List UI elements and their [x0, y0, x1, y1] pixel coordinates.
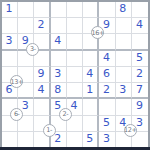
given-digit: 4: [54, 35, 61, 46]
cell-r4c4[interactable]: [51, 51, 67, 67]
given-digit: 3: [22, 100, 29, 111]
cell-r2c1[interactable]: [2, 18, 18, 34]
given-digit: 3: [54, 68, 61, 79]
sudoku-board: 18294394459346264812373549543253 16+3-13…: [0, 0, 150, 150]
cell-r9c2[interactable]: [18, 132, 34, 148]
cell-r7c9[interactable]: 9: [132, 99, 148, 115]
cell-r2c5[interactable]: [67, 18, 83, 34]
cell-r9c1[interactable]: [2, 132, 18, 148]
mathrax-circle-clue: 6-: [10, 108, 23, 121]
given-digit: 4: [38, 84, 45, 95]
cell-r6c7[interactable]: 2: [99, 83, 115, 99]
cell-r8c7[interactable]: 5: [99, 116, 115, 132]
cell-r5c9[interactable]: 2: [132, 67, 148, 83]
cell-r5c3[interactable]: 9: [34, 67, 50, 83]
given-digit: 1: [86, 84, 93, 95]
given-digit: 8: [119, 3, 126, 14]
given-digit: 9: [136, 100, 143, 111]
bottom-edge-bar: [0, 147, 150, 150]
cell-r6c6[interactable]: 1: [83, 83, 99, 99]
cell-r4c6[interactable]: [83, 51, 99, 67]
cell-r5c4[interactable]: 3: [51, 67, 67, 83]
given-digit: 5: [103, 117, 110, 128]
cell-r6c5[interactable]: [67, 83, 83, 99]
cell-r3c4[interactable]: 4: [51, 34, 67, 50]
cell-r5c6[interactable]: 4: [83, 67, 99, 83]
cell-r4c8[interactable]: [116, 51, 132, 67]
given-digit: 4: [136, 19, 143, 30]
cell-r3c5[interactable]: [67, 34, 83, 50]
given-digit: 3: [6, 35, 13, 46]
cell-r7c7[interactable]: [99, 99, 115, 115]
given-digit: 7: [136, 84, 143, 95]
cell-r1c4[interactable]: [51, 2, 67, 18]
cell-r2c2[interactable]: [18, 18, 34, 34]
given-digit: 5: [136, 52, 143, 63]
cell-r7c8[interactable]: [116, 99, 132, 115]
mathrax-circle-clue: 12+: [124, 124, 137, 137]
cell-r1c9[interactable]: [132, 2, 148, 18]
cell-r6c3[interactable]: 4: [34, 83, 50, 99]
given-digit: 6: [103, 68, 110, 79]
cell-r4c5[interactable]: [67, 51, 83, 67]
given-digit: 2: [103, 84, 110, 95]
given-digit: 2: [136, 68, 143, 79]
given-digit: 2: [54, 133, 61, 144]
cell-r2c4[interactable]: [51, 18, 67, 34]
cell-r8c6[interactable]: [83, 116, 99, 132]
cell-r1c1[interactable]: 1: [2, 2, 18, 18]
cell-r6c9[interactable]: 7: [132, 83, 148, 99]
given-digit: 3: [136, 117, 143, 128]
cell-r9c6[interactable]: 5: [83, 132, 99, 148]
given-digit: 2: [38, 19, 45, 30]
cell-r3c1[interactable]: 3: [2, 34, 18, 50]
cell-r7c6[interactable]: [83, 99, 99, 115]
cell-r1c7[interactable]: [99, 2, 115, 18]
given-digit: 3: [103, 133, 110, 144]
cell-r1c2[interactable]: [18, 2, 34, 18]
cell-r1c3[interactable]: [34, 2, 50, 18]
given-digit: 3: [119, 84, 126, 95]
given-digit: 4: [103, 52, 110, 63]
cell-r5c5[interactable]: [67, 67, 83, 83]
cell-r7c3[interactable]: [34, 99, 50, 115]
cell-r2c9[interactable]: 4: [132, 18, 148, 34]
given-digit: 4: [86, 68, 93, 79]
cell-r1c5[interactable]: [67, 2, 83, 18]
cell-r5c8[interactable]: [116, 67, 132, 83]
mathrax-circle-clue: 1-: [43, 124, 56, 137]
cell-r2c3[interactable]: 2: [34, 18, 50, 34]
cell-r2c8[interactable]: [116, 18, 132, 34]
cell-r4c9[interactable]: 5: [132, 51, 148, 67]
cell-r3c8[interactable]: [116, 34, 132, 50]
cell-r4c7[interactable]: 4: [99, 51, 115, 67]
cell-r4c1[interactable]: [2, 51, 18, 67]
cell-r9c7[interactable]: 3: [99, 132, 115, 148]
given-digit: 1: [6, 3, 13, 14]
cell-r1c8[interactable]: 8: [116, 2, 132, 18]
mathrax-circle-clue: 2-: [59, 108, 72, 121]
cell-r3c9[interactable]: [132, 34, 148, 50]
given-digit: 5: [86, 133, 93, 144]
cell-r5c7[interactable]: 6: [99, 67, 115, 83]
given-digit: 8: [54, 84, 61, 95]
cell-r1c6[interactable]: [83, 2, 99, 18]
cell-r6c8[interactable]: 3: [116, 83, 132, 99]
cell-r9c5[interactable]: [67, 132, 83, 148]
cell-r6c4[interactable]: 8: [51, 83, 67, 99]
given-digit: 9: [38, 68, 45, 79]
given-digit: 4: [70, 100, 77, 111]
